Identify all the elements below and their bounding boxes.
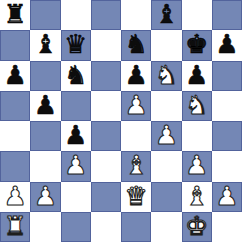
- square-g6[interactable]: ♟: [182, 61, 212, 91]
- square-f1[interactable]: [151, 212, 181, 242]
- square-a2[interactable]: ♟: [0, 182, 30, 212]
- square-d7[interactable]: [91, 30, 121, 60]
- white-knight-f6[interactable]: ♞: [155, 62, 178, 88]
- black-rook-a8[interactable]: ♜: [3, 1, 26, 27]
- square-f4[interactable]: ♟: [151, 121, 181, 151]
- square-b3[interactable]: [30, 151, 60, 181]
- black-pawn-c4[interactable]: ♟: [64, 122, 87, 148]
- square-h2[interactable]: ♟: [212, 182, 242, 212]
- square-b5[interactable]: ♟: [30, 91, 60, 121]
- square-c6[interactable]: ♞: [61, 61, 91, 91]
- white-pawn-a2[interactable]: ♟: [3, 183, 26, 209]
- square-f6[interactable]: ♞: [151, 61, 181, 91]
- black-bishop-f8[interactable]: ♝: [155, 1, 178, 27]
- square-h1[interactable]: [212, 212, 242, 242]
- white-king-g1[interactable]: ♚: [185, 213, 208, 239]
- square-e7[interactable]: ♞: [121, 30, 151, 60]
- black-knight-c6[interactable]: ♞: [64, 62, 87, 88]
- square-c1[interactable]: [61, 212, 91, 242]
- square-b1[interactable]: [30, 212, 60, 242]
- white-pawn-b2[interactable]: ♟: [34, 183, 57, 209]
- square-c3[interactable]: ♟: [61, 151, 91, 181]
- square-a4[interactable]: [0, 121, 30, 151]
- white-pawn-f4[interactable]: ♟: [155, 122, 178, 148]
- square-g3[interactable]: ♟: [182, 151, 212, 181]
- square-g5[interactable]: ♞: [182, 91, 212, 121]
- square-d4[interactable]: [91, 121, 121, 151]
- black-pawn-a6[interactable]: ♟: [3, 62, 26, 88]
- white-pawn-h2[interactable]: ♟: [215, 183, 238, 209]
- square-d8[interactable]: [91, 0, 121, 30]
- square-b2[interactable]: ♟: [30, 182, 60, 212]
- black-queen-c7[interactable]: ♛: [64, 31, 87, 57]
- square-e4[interactable]: [121, 121, 151, 151]
- chess-board: ♜♝♝♛♞♚♟♟♞♟♞♟♟♟♞♟♟♟♝♟♟♟♛♝♟♜♚: [0, 0, 242, 242]
- square-f5[interactable]: [151, 91, 181, 121]
- square-c8[interactable]: [61, 0, 91, 30]
- white-queen-e2[interactable]: ♛: [124, 183, 147, 209]
- square-h6[interactable]: [212, 61, 242, 91]
- square-f3[interactable]: [151, 151, 181, 181]
- square-e5[interactable]: ♟: [121, 91, 151, 121]
- white-rook-a1[interactable]: ♜: [3, 213, 26, 239]
- black-bishop-b7[interactable]: ♝: [34, 31, 57, 57]
- square-g4[interactable]: [182, 121, 212, 151]
- square-d3[interactable]: [91, 151, 121, 181]
- black-pawn-h7[interactable]: ♟: [215, 31, 238, 57]
- square-a7[interactable]: [0, 30, 30, 60]
- square-e2[interactable]: ♛: [121, 182, 151, 212]
- square-g1[interactable]: ♚: [182, 212, 212, 242]
- white-pawn-c3[interactable]: ♟: [64, 152, 87, 178]
- square-g7[interactable]: ♚: [182, 30, 212, 60]
- square-h7[interactable]: ♟: [212, 30, 242, 60]
- white-pawn-g3[interactable]: ♟: [185, 152, 208, 178]
- square-a5[interactable]: [0, 91, 30, 121]
- square-c7[interactable]: ♛: [61, 30, 91, 60]
- square-e6[interactable]: ♟: [121, 61, 151, 91]
- square-c2[interactable]: [61, 182, 91, 212]
- white-bishop-g2[interactable]: ♝: [185, 183, 208, 209]
- square-d1[interactable]: [91, 212, 121, 242]
- square-d2[interactable]: [91, 182, 121, 212]
- black-king-g7[interactable]: ♚: [185, 31, 208, 57]
- square-b8[interactable]: [30, 0, 60, 30]
- square-c4[interactable]: ♟: [61, 121, 91, 151]
- square-d5[interactable]: [91, 91, 121, 121]
- square-g2[interactable]: ♝: [182, 182, 212, 212]
- white-knight-g5[interactable]: ♞: [185, 92, 208, 118]
- square-h5[interactable]: [212, 91, 242, 121]
- square-g8[interactable]: [182, 0, 212, 30]
- white-pawn-e5[interactable]: ♟: [124, 92, 147, 118]
- square-b6[interactable]: [30, 61, 60, 91]
- square-b7[interactable]: ♝: [30, 30, 60, 60]
- black-pawn-g6[interactable]: ♟: [185, 62, 208, 88]
- square-e3[interactable]: ♝: [121, 151, 151, 181]
- square-h3[interactable]: [212, 151, 242, 181]
- square-a1[interactable]: ♜: [0, 212, 30, 242]
- square-c5[interactable]: [61, 91, 91, 121]
- black-knight-e7[interactable]: ♞: [124, 31, 147, 57]
- square-e1[interactable]: [121, 212, 151, 242]
- square-a3[interactable]: [0, 151, 30, 181]
- square-b4[interactable]: [30, 121, 60, 151]
- black-pawn-b5[interactable]: ♟: [34, 92, 57, 118]
- square-f2[interactable]: [151, 182, 181, 212]
- square-f7[interactable]: [151, 30, 181, 60]
- square-a8[interactable]: ♜: [0, 0, 30, 30]
- white-bishop-e3[interactable]: ♝: [124, 152, 147, 178]
- black-pawn-e6[interactable]: ♟: [124, 62, 147, 88]
- square-e8[interactable]: [121, 0, 151, 30]
- square-h8[interactable]: [212, 0, 242, 30]
- square-h4[interactable]: [212, 121, 242, 151]
- square-f8[interactable]: ♝: [151, 0, 181, 30]
- square-d6[interactable]: [91, 61, 121, 91]
- square-a6[interactable]: ♟: [0, 61, 30, 91]
